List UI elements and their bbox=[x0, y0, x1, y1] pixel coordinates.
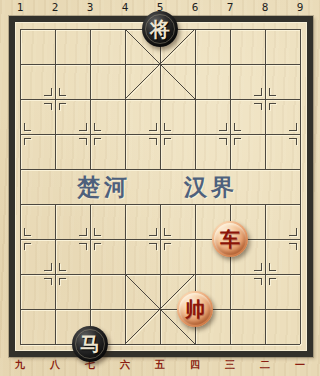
piece-red-general[interactable]: 帅 bbox=[177, 291, 213, 327]
piece-glyph: 车 bbox=[220, 229, 240, 249]
piece-red-chariot[interactable]: 车 bbox=[212, 221, 248, 257]
file-label-bottom: 三 bbox=[225, 360, 235, 370]
piece-glyph: 将 bbox=[150, 19, 170, 39]
file-label-bottom: 四 bbox=[190, 360, 200, 370]
file-label-top: 9 bbox=[297, 2, 304, 13]
piece-black-general[interactable]: 将 bbox=[142, 11, 178, 47]
file-label-top: 4 bbox=[122, 2, 129, 13]
piece-glyph: 帅 bbox=[185, 299, 205, 319]
xiangqi-board[interactable]: 123456789 楚河 汉界 将车帅马 九八七六五四三二一 bbox=[0, 0, 320, 376]
file-label-top: 3 bbox=[87, 2, 94, 13]
river-label-left: 楚河 bbox=[77, 172, 131, 203]
file-label-bottom: 九 bbox=[15, 360, 25, 370]
file-label-top: 6 bbox=[192, 2, 199, 13]
file-label-bottom: 八 bbox=[50, 360, 60, 370]
file-label-bottom: 一 bbox=[295, 360, 305, 370]
piece-glyph: 马 bbox=[80, 334, 100, 354]
board-grid bbox=[0, 0, 320, 376]
file-label-bottom: 五 bbox=[155, 360, 165, 370]
file-label-top: 2 bbox=[52, 2, 59, 13]
piece-black-horse[interactable]: 马 bbox=[72, 326, 108, 362]
file-label-top: 1 bbox=[17, 2, 24, 13]
file-label-top: 7 bbox=[227, 2, 234, 13]
file-label-top: 8 bbox=[262, 2, 269, 13]
river-label-right: 汉界 bbox=[184, 172, 238, 203]
file-label-bottom: 六 bbox=[120, 360, 130, 370]
file-label-bottom: 二 bbox=[260, 360, 270, 370]
